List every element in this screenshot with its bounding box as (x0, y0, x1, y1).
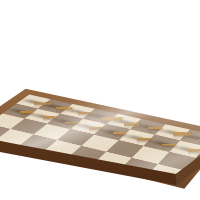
board-squares-grid: ♜♞♝♚♛♝♞♜♟♟♟♟♟♟♟♟ (0, 89, 200, 189)
product-photo-scene: ♜♞♝♚♛♝♞♜♟♟♟♟♟♟♟♟ (0, 0, 200, 200)
chess-board: ♜♞♝♚♛♝♞♜♟♟♟♟♟♟♟♟ (0, 89, 200, 189)
